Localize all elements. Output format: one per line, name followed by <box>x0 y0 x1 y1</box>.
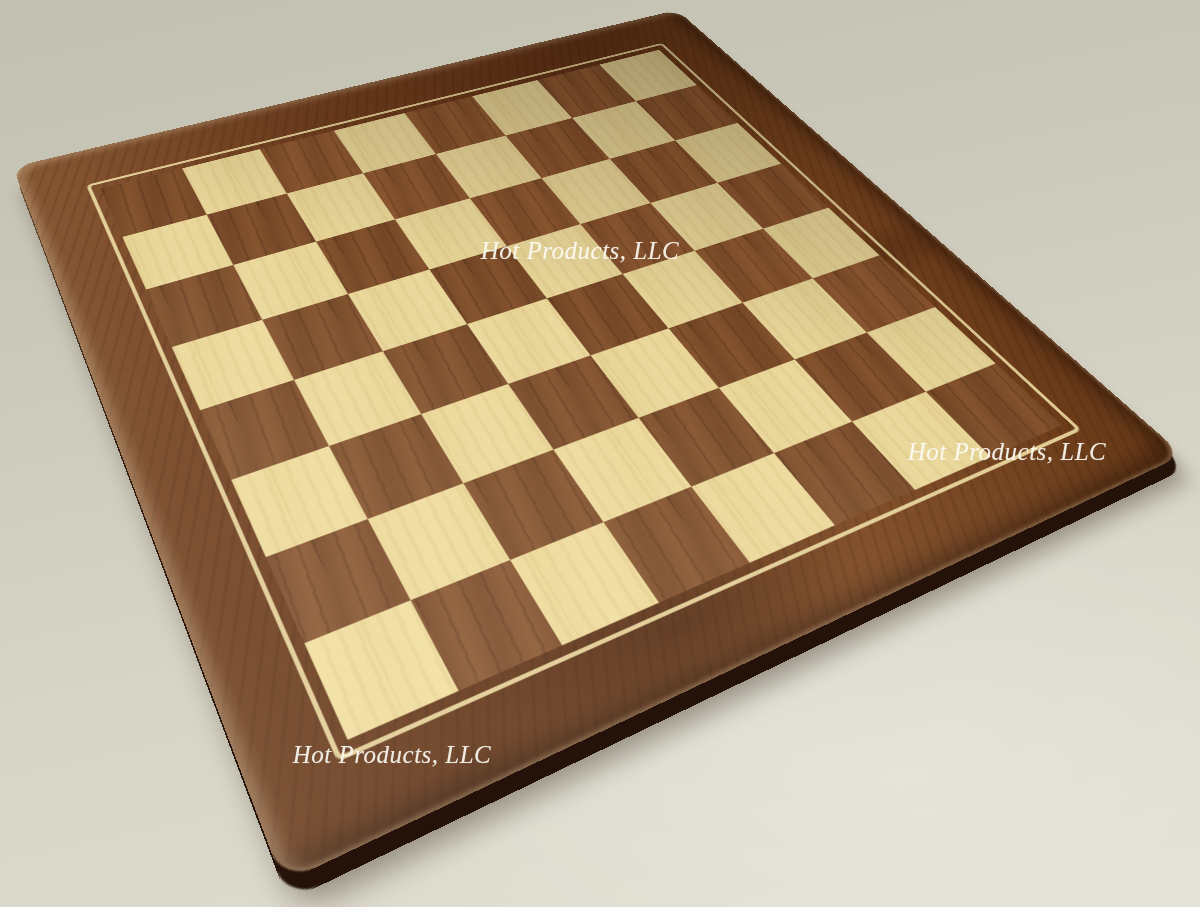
board-field <box>101 50 1062 740</box>
watermark: Hot Products, LLC <box>481 237 680 265</box>
watermark: Hot Products, LLC <box>293 741 492 769</box>
watermark: Hot Products, LLC <box>908 438 1107 466</box>
photo-background: Hot Products, LLC Hot Products, LLC Hot … <box>0 0 1200 907</box>
